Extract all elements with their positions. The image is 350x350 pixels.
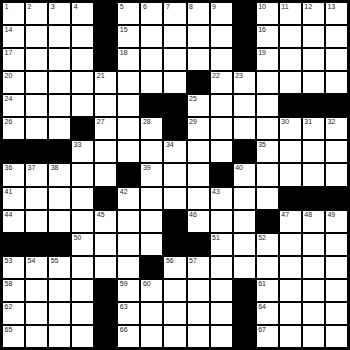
black-cell <box>94 48 117 71</box>
clue-number: 45 <box>97 211 105 219</box>
clue-number: 36 <box>5 164 13 172</box>
white-cell[interactable] <box>210 117 233 140</box>
white-cell[interactable]: 39 <box>140 163 163 186</box>
white-cell[interactable]: 65 <box>2 325 25 348</box>
white-cell[interactable] <box>256 71 279 94</box>
white-cell[interactable] <box>210 302 233 325</box>
white-cell[interactable]: 58 <box>2 279 25 302</box>
white-cell[interactable] <box>233 233 256 256</box>
white-cell[interactable] <box>94 140 117 163</box>
white-cell[interactable] <box>25 210 48 233</box>
white-cell[interactable]: 35 <box>256 140 279 163</box>
black-cell <box>140 256 163 279</box>
white-cell[interactable] <box>325 71 348 94</box>
white-cell[interactable] <box>210 256 233 279</box>
white-cell[interactable]: 49 <box>325 210 348 233</box>
black-cell <box>94 302 117 325</box>
white-cell[interactable] <box>140 25 163 48</box>
white-cell[interactable] <box>48 117 71 140</box>
white-cell[interactable]: 15 <box>117 25 140 48</box>
white-cell[interactable] <box>71 279 94 302</box>
black-cell <box>163 117 186 140</box>
black-cell <box>71 117 94 140</box>
white-cell[interactable] <box>210 48 233 71</box>
white-cell[interactable] <box>117 256 140 279</box>
white-cell[interactable]: 52 <box>256 233 279 256</box>
clue-number: 19 <box>258 49 266 57</box>
white-cell[interactable]: 37 <box>25 163 48 186</box>
black-cell <box>163 233 186 256</box>
white-cell[interactable]: 61 <box>256 279 279 302</box>
clue-number: 16 <box>258 26 266 34</box>
white-cell[interactable] <box>163 187 186 210</box>
white-cell[interactable] <box>325 140 348 163</box>
clue-number: 47 <box>281 211 289 219</box>
black-cell <box>279 94 302 117</box>
white-cell[interactable] <box>302 140 325 163</box>
white-cell[interactable]: 21 <box>94 71 117 94</box>
white-cell[interactable]: 41 <box>2 187 25 210</box>
white-cell[interactable] <box>325 233 348 256</box>
white-cell[interactable] <box>140 233 163 256</box>
white-cell[interactable] <box>71 25 94 48</box>
white-cell[interactable] <box>163 48 186 71</box>
white-cell[interactable] <box>140 325 163 348</box>
white-cell[interactable]: 12 <box>302 2 325 25</box>
white-cell[interactable]: 17 <box>2 48 25 71</box>
white-cell[interactable]: 63 <box>117 302 140 325</box>
clue-number: 13 <box>327 3 335 11</box>
white-cell[interactable]: 45 <box>94 210 117 233</box>
white-cell[interactable]: 46 <box>187 210 210 233</box>
white-cell[interactable] <box>48 94 71 117</box>
white-cell[interactable] <box>187 48 210 71</box>
clue-number: 3 <box>51 3 55 11</box>
black-cell <box>94 325 117 348</box>
black-cell <box>94 187 117 210</box>
black-cell <box>233 279 256 302</box>
clue-number: 27 <box>97 118 105 126</box>
white-cell[interactable] <box>25 117 48 140</box>
white-cell[interactable] <box>210 94 233 117</box>
black-cell <box>233 140 256 163</box>
clue-number: 44 <box>5 211 13 219</box>
white-cell[interactable]: 4 <box>71 2 94 25</box>
white-cell[interactable] <box>48 325 71 348</box>
white-cell[interactable]: 3 <box>48 2 71 25</box>
white-cell[interactable] <box>117 94 140 117</box>
white-cell[interactable]: 54 <box>25 256 48 279</box>
clue-number: 33 <box>74 141 82 149</box>
clue-number: 32 <box>327 118 335 126</box>
white-cell[interactable] <box>325 163 348 186</box>
white-cell[interactable]: 55 <box>48 256 71 279</box>
white-cell[interactable]: 25 <box>187 94 210 117</box>
white-cell[interactable] <box>233 94 256 117</box>
white-cell[interactable]: 16 <box>256 25 279 48</box>
white-cell[interactable] <box>25 94 48 117</box>
white-cell[interactable] <box>117 71 140 94</box>
black-cell <box>302 187 325 210</box>
white-cell[interactable] <box>48 25 71 48</box>
white-cell[interactable] <box>71 187 94 210</box>
white-cell[interactable] <box>25 48 48 71</box>
white-cell[interactable]: 57 <box>187 256 210 279</box>
white-cell[interactable] <box>325 325 348 348</box>
white-cell[interactable] <box>279 256 302 279</box>
white-cell[interactable] <box>187 187 210 210</box>
white-cell[interactable]: 51 <box>210 233 233 256</box>
clue-number: 22 <box>212 72 220 80</box>
white-cell[interactable] <box>302 25 325 48</box>
white-cell[interactable]: 8 <box>187 2 210 25</box>
black-cell <box>94 25 117 48</box>
white-cell[interactable] <box>94 94 117 117</box>
white-cell[interactable] <box>48 210 71 233</box>
white-cell[interactable]: 67 <box>256 325 279 348</box>
white-cell[interactable]: 38 <box>48 163 71 186</box>
black-cell <box>94 279 117 302</box>
white-cell[interactable] <box>140 71 163 94</box>
white-cell[interactable]: 24 <box>2 94 25 117</box>
white-cell[interactable] <box>325 256 348 279</box>
clue-number: 54 <box>28 257 36 265</box>
white-cell[interactable] <box>256 256 279 279</box>
white-cell[interactable]: 40 <box>233 163 256 186</box>
white-cell[interactable] <box>48 187 71 210</box>
white-cell[interactable] <box>48 279 71 302</box>
white-cell[interactable]: 6 <box>140 2 163 25</box>
clue-number: 12 <box>304 3 312 11</box>
white-cell[interactable] <box>233 256 256 279</box>
white-cell[interactable]: 32 <box>325 117 348 140</box>
clue-number: 4 <box>74 3 78 11</box>
white-cell[interactable] <box>210 25 233 48</box>
white-cell[interactable] <box>279 302 302 325</box>
white-cell[interactable]: 20 <box>2 71 25 94</box>
white-cell[interactable] <box>187 163 210 186</box>
white-cell[interactable]: 31 <box>302 117 325 140</box>
clue-number: 5 <box>120 3 124 11</box>
clue-number: 14 <box>5 26 13 34</box>
clue-number: 50 <box>74 234 82 242</box>
white-cell[interactable] <box>325 48 348 71</box>
white-cell[interactable]: 33 <box>71 140 94 163</box>
clue-number: 59 <box>120 280 128 288</box>
white-cell[interactable] <box>233 117 256 140</box>
white-cell[interactable] <box>279 233 302 256</box>
clue-number: 61 <box>258 280 266 288</box>
white-cell[interactable] <box>302 279 325 302</box>
white-cell[interactable] <box>48 48 71 71</box>
white-cell[interactable] <box>48 71 71 94</box>
black-cell <box>187 71 210 94</box>
white-cell[interactable] <box>140 187 163 210</box>
black-cell <box>48 233 71 256</box>
white-cell[interactable] <box>279 71 302 94</box>
clue-number: 26 <box>5 118 13 126</box>
clue-number: 38 <box>51 164 59 172</box>
black-cell <box>25 140 48 163</box>
white-cell[interactable] <box>163 163 186 186</box>
black-cell <box>117 163 140 186</box>
white-cell[interactable] <box>256 117 279 140</box>
white-cell[interactable]: 22 <box>210 71 233 94</box>
clue-number: 6 <box>143 3 147 11</box>
clue-number: 17 <box>5 49 13 57</box>
black-cell <box>233 48 256 71</box>
white-cell[interactable] <box>71 94 94 117</box>
clue-number: 67 <box>258 326 266 334</box>
white-cell[interactable]: 36 <box>2 163 25 186</box>
white-cell[interactable] <box>325 25 348 48</box>
white-cell[interactable] <box>25 187 48 210</box>
white-cell[interactable] <box>279 48 302 71</box>
white-cell[interactable]: 13 <box>325 2 348 25</box>
white-cell[interactable] <box>71 163 94 186</box>
white-cell[interactable] <box>25 71 48 94</box>
black-cell <box>163 94 186 117</box>
white-cell[interactable] <box>302 325 325 348</box>
clue-number: 63 <box>120 303 128 311</box>
clue-number: 46 <box>189 211 197 219</box>
clue-number: 8 <box>189 3 193 11</box>
white-cell[interactable]: 50 <box>71 233 94 256</box>
white-cell[interactable]: 34 <box>163 140 186 163</box>
white-cell[interactable] <box>279 163 302 186</box>
white-cell[interactable] <box>117 210 140 233</box>
black-cell <box>256 210 279 233</box>
white-cell[interactable] <box>94 256 117 279</box>
clue-number: 55 <box>51 257 59 265</box>
white-cell[interactable] <box>71 256 94 279</box>
black-cell <box>48 140 71 163</box>
clue-number: 51 <box>212 234 220 242</box>
white-cell[interactable] <box>163 279 186 302</box>
white-cell[interactable] <box>256 163 279 186</box>
white-cell[interactable] <box>279 140 302 163</box>
white-cell[interactable]: 14 <box>2 25 25 48</box>
black-cell <box>2 140 25 163</box>
white-cell[interactable]: 47 <box>279 210 302 233</box>
white-cell[interactable] <box>302 163 325 186</box>
white-cell[interactable]: 5 <box>117 2 140 25</box>
clue-number: 40 <box>235 164 243 172</box>
white-cell[interactable]: 7 <box>163 2 186 25</box>
clue-number: 28 <box>143 118 151 126</box>
clue-number: 30 <box>281 118 289 126</box>
clue-number: 11 <box>281 3 288 11</box>
black-cell <box>233 325 256 348</box>
clue-number: 58 <box>5 280 13 288</box>
white-cell[interactable]: 66 <box>117 325 140 348</box>
clue-number: 42 <box>120 188 128 196</box>
black-cell <box>325 94 348 117</box>
crossword-grid: 1234567891011121314151617181920212223242… <box>0 0 350 350</box>
white-cell[interactable] <box>279 279 302 302</box>
white-cell[interactable]: 27 <box>94 117 117 140</box>
white-cell[interactable]: 30 <box>279 117 302 140</box>
white-cell[interactable] <box>71 71 94 94</box>
white-cell[interactable] <box>94 163 117 186</box>
white-cell[interactable] <box>25 325 48 348</box>
white-cell[interactable] <box>94 233 117 256</box>
clue-number: 23 <box>235 72 243 80</box>
clue-number: 25 <box>189 95 197 103</box>
clue-number: 53 <box>5 257 13 265</box>
white-cell[interactable] <box>163 25 186 48</box>
white-cell[interactable]: 48 <box>302 210 325 233</box>
clue-number: 10 <box>258 3 266 11</box>
white-cell[interactable] <box>71 302 94 325</box>
white-cell[interactable]: 60 <box>140 279 163 302</box>
white-cell[interactable]: 42 <box>117 187 140 210</box>
white-cell[interactable]: 26 <box>2 117 25 140</box>
white-cell[interactable]: 59 <box>117 279 140 302</box>
clue-number: 2 <box>28 3 32 11</box>
white-cell[interactable] <box>233 210 256 233</box>
white-cell[interactable]: 18 <box>117 48 140 71</box>
white-cell[interactable]: 64 <box>256 302 279 325</box>
crossword-board: 1234567891011121314151617181920212223242… <box>0 0 350 350</box>
white-cell[interactable] <box>71 210 94 233</box>
white-cell[interactable] <box>325 279 348 302</box>
white-cell[interactable] <box>233 187 256 210</box>
white-cell[interactable] <box>256 94 279 117</box>
clue-number: 35 <box>258 141 266 149</box>
black-cell <box>163 210 186 233</box>
white-cell[interactable] <box>25 279 48 302</box>
clue-number: 66 <box>120 326 128 334</box>
white-cell[interactable] <box>117 117 140 140</box>
white-cell[interactable] <box>210 140 233 163</box>
clue-number: 7 <box>166 3 170 11</box>
white-cell[interactable] <box>117 140 140 163</box>
white-cell[interactable] <box>187 279 210 302</box>
white-cell[interactable]: 10 <box>256 2 279 25</box>
white-cell[interactable] <box>25 302 48 325</box>
white-cell[interactable]: 44 <box>2 210 25 233</box>
clue-number: 60 <box>143 280 151 288</box>
clue-number: 37 <box>28 164 36 172</box>
white-cell[interactable] <box>302 256 325 279</box>
white-cell[interactable]: 29 <box>187 117 210 140</box>
white-cell[interactable] <box>279 25 302 48</box>
clue-number: 62 <box>5 303 13 311</box>
clue-number: 41 <box>5 188 13 196</box>
clue-number: 57 <box>189 257 197 265</box>
white-cell[interactable] <box>256 187 279 210</box>
clue-number: 39 <box>143 164 151 172</box>
black-cell <box>140 94 163 117</box>
white-cell[interactable]: 28 <box>140 117 163 140</box>
white-cell[interactable] <box>187 140 210 163</box>
white-cell[interactable]: 19 <box>256 48 279 71</box>
white-cell[interactable] <box>140 210 163 233</box>
black-cell <box>94 2 117 25</box>
clue-number: 31 <box>304 118 312 126</box>
white-cell[interactable]: 2 <box>25 2 48 25</box>
clue-number: 49 <box>327 211 335 219</box>
white-cell[interactable] <box>302 71 325 94</box>
white-cell[interactable] <box>163 325 186 348</box>
black-cell <box>187 233 210 256</box>
black-cell <box>25 233 48 256</box>
clue-number: 24 <box>5 95 13 103</box>
white-cell[interactable]: 62 <box>2 302 25 325</box>
clue-number: 65 <box>5 326 13 334</box>
white-cell[interactable] <box>279 325 302 348</box>
white-cell[interactable] <box>117 233 140 256</box>
white-cell[interactable] <box>187 302 210 325</box>
black-cell <box>233 302 256 325</box>
white-cell[interactable] <box>71 325 94 348</box>
white-cell[interactable]: 43 <box>210 187 233 210</box>
clue-number: 9 <box>212 3 216 11</box>
white-cell[interactable]: 56 <box>163 256 186 279</box>
white-cell[interactable] <box>48 302 71 325</box>
white-cell[interactable]: 9 <box>210 2 233 25</box>
white-cell[interactable] <box>302 302 325 325</box>
white-cell[interactable] <box>163 302 186 325</box>
black-cell <box>279 187 302 210</box>
black-cell <box>2 233 25 256</box>
clue-number: 29 <box>189 118 197 126</box>
clue-number: 48 <box>304 211 312 219</box>
black-cell <box>233 2 256 25</box>
clue-number: 18 <box>120 49 128 57</box>
clue-number: 34 <box>166 141 174 149</box>
white-cell[interactable] <box>163 71 186 94</box>
white-cell[interactable] <box>187 325 210 348</box>
white-cell[interactable] <box>187 25 210 48</box>
white-cell[interactable] <box>210 210 233 233</box>
clue-number: 15 <box>120 26 128 34</box>
clue-number: 21 <box>97 72 105 80</box>
white-cell[interactable] <box>140 48 163 71</box>
white-cell[interactable] <box>210 279 233 302</box>
white-cell[interactable] <box>140 302 163 325</box>
black-cell <box>325 187 348 210</box>
white-cell[interactable] <box>140 140 163 163</box>
white-cell[interactable] <box>25 25 48 48</box>
white-cell[interactable]: 53 <box>2 256 25 279</box>
white-cell[interactable]: 23 <box>233 71 256 94</box>
clue-number: 56 <box>166 257 174 265</box>
white-cell[interactable] <box>71 48 94 71</box>
white-cell[interactable] <box>325 302 348 325</box>
white-cell[interactable]: 11 <box>279 2 302 25</box>
clue-number: 64 <box>258 303 266 311</box>
clue-number: 43 <box>212 188 220 196</box>
black-cell <box>210 163 233 186</box>
clue-number: 52 <box>258 234 266 242</box>
black-cell <box>233 25 256 48</box>
white-cell[interactable] <box>302 233 325 256</box>
white-cell[interactable] <box>210 325 233 348</box>
clue-number: 20 <box>5 72 13 80</box>
black-cell <box>302 94 325 117</box>
clue-number: 1 <box>5 3 9 11</box>
white-cell[interactable] <box>302 48 325 71</box>
white-cell[interactable]: 1 <box>2 2 25 25</box>
